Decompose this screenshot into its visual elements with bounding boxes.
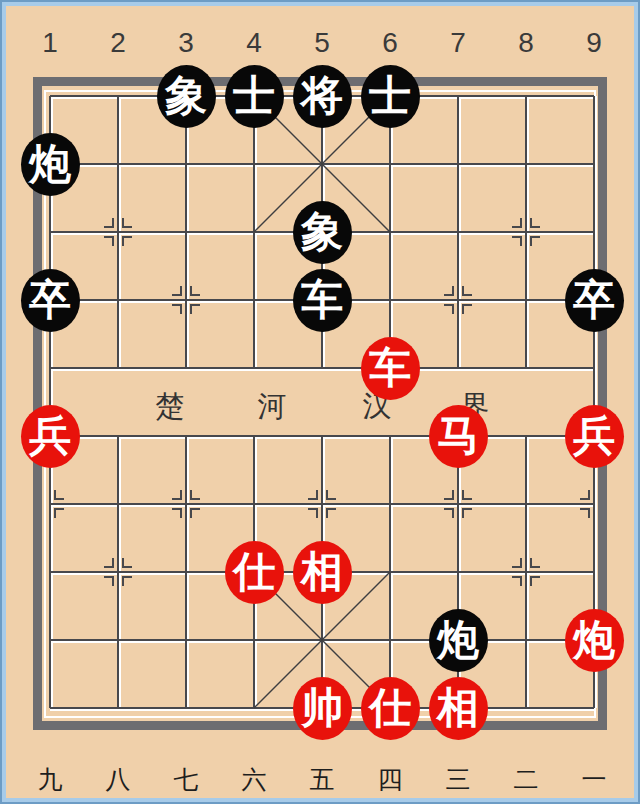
file-label-bottom-9: 一: [560, 763, 628, 796]
file-label-bottom-5: 五: [288, 763, 356, 796]
piece-red-general-file5-rank10[interactable]: 帅: [293, 677, 352, 740]
piece-black-advisor-file6-rank1[interactable]: 士: [361, 65, 420, 128]
piece-red-soldier-file1-rank6[interactable]: 兵: [21, 405, 80, 468]
piece-black-soldier-file9-rank4[interactable]: 卒: [565, 269, 624, 332]
piece-black-general-file5-rank1[interactable]: 将: [293, 65, 352, 128]
file-label-bottom-7: 三: [424, 763, 492, 796]
piece-red-cannon-file9-rank9[interactable]: 炮: [565, 609, 624, 672]
piece-red-horse-file7-rank6[interactable]: 马: [429, 405, 488, 468]
file-label-bottom-2: 八: [84, 763, 152, 796]
piece-black-elephant-file5-rank3[interactable]: 象: [293, 201, 352, 264]
file-label-top-3: 3: [152, 27, 220, 59]
piece-black-advisor-file4-rank1[interactable]: 士: [225, 65, 284, 128]
piece-red-advisor-file4-rank8[interactable]: 仕: [225, 541, 284, 604]
file-label-top-5: 5: [288, 27, 356, 59]
piece-black-chariot-file5-rank4[interactable]: 车: [293, 269, 352, 332]
file-label-top-2: 2: [84, 27, 152, 59]
piece-black-cannon-file7-rank9[interactable]: 炮: [429, 609, 488, 672]
piece-red-soldier-file9-rank6[interactable]: 兵: [565, 405, 624, 468]
file-label-top-4: 4: [220, 27, 288, 59]
xiangqi-board-screen: 123456789 楚河汉界 象士将士炮象卒车卒车兵马兵仕相炮炮帅仕相 九八七六…: [0, 0, 640, 804]
file-label-top-7: 7: [424, 27, 492, 59]
file-label-bottom-8: 二: [492, 763, 560, 796]
file-label-top-1: 1: [16, 27, 84, 59]
piece-red-chariot-file6-rank5[interactable]: 车: [361, 337, 420, 400]
piece-black-elephant-file3-rank1[interactable]: 象: [157, 65, 216, 128]
file-label-bottom-3: 七: [152, 763, 220, 796]
piece-black-soldier-file1-rank4[interactable]: 卒: [21, 269, 80, 332]
file-label-bottom-4: 六: [220, 763, 288, 796]
file-label-bottom-1: 九: [16, 763, 84, 796]
file-label-top-6: 6: [356, 27, 424, 59]
file-label-top-8: 8: [492, 27, 560, 59]
piece-red-advisor-file6-rank10[interactable]: 仕: [361, 677, 420, 740]
piece-red-elephant-file5-rank8[interactable]: 相: [293, 541, 352, 604]
board: 象士将士炮象卒车卒车兵马兵仕相炮炮帅仕相: [16, 62, 628, 742]
piece-red-elephant-file7-rank10[interactable]: 相: [429, 677, 488, 740]
piece-black-cannon-file1-rank2[interactable]: 炮: [21, 133, 80, 196]
file-label-bottom-6: 四: [356, 763, 424, 796]
file-label-top-9: 9: [560, 27, 628, 59]
